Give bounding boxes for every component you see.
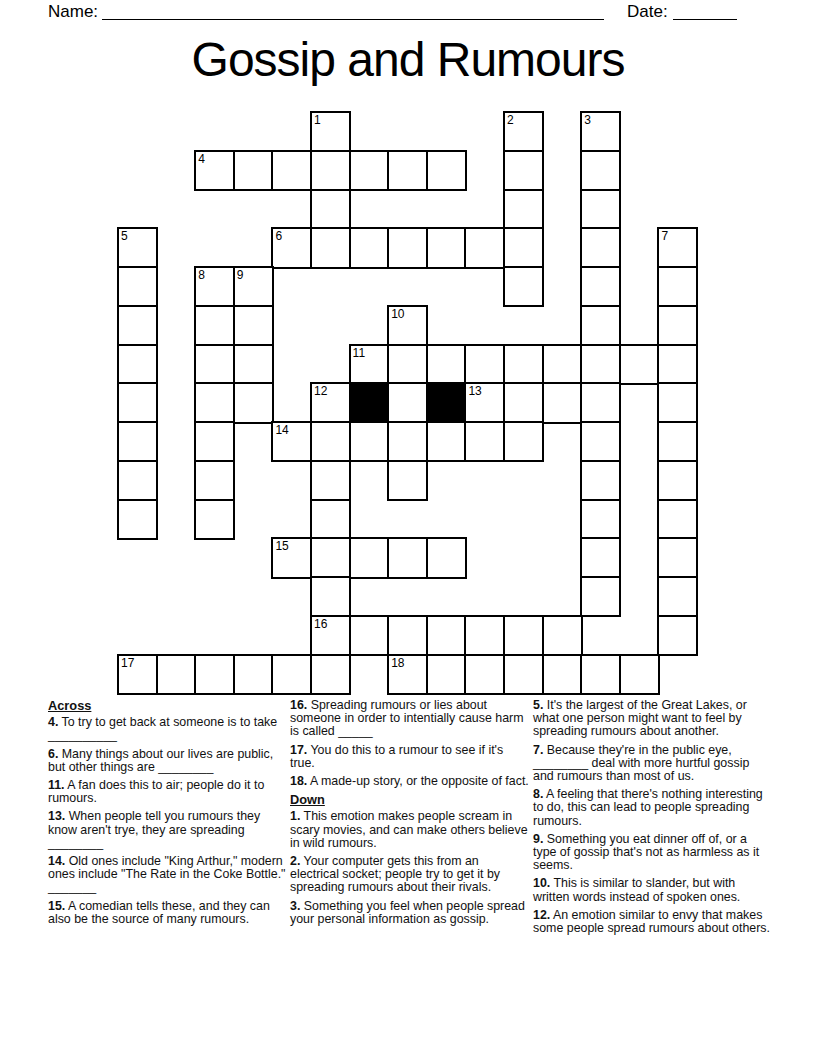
grid-cell[interactable]: [387, 344, 428, 385]
grid-cell[interactable]: [580, 344, 621, 385]
clue-across-11: 11. A fan does this to air; people do it…: [48, 779, 288, 805]
grid-cell[interactable]: [117, 499, 158, 540]
grid-cell[interactable]: [580, 421, 621, 462]
grid-cell[interactable]: 7: [657, 227, 698, 268]
grid-cell[interactable]: [542, 382, 583, 423]
grid-cell[interactable]: 11: [349, 344, 390, 385]
cell-number: 10: [391, 307, 404, 321]
grid-cell[interactable]: [117, 305, 158, 346]
grid-cell[interactable]: [233, 344, 274, 385]
clue-number: 6.: [48, 747, 58, 761]
grid-cell[interactable]: [580, 576, 621, 617]
grid-cell[interactable]: [271, 150, 312, 191]
grid-cell[interactable]: [349, 537, 390, 578]
grid-cell[interactable]: [426, 227, 467, 268]
grid-cell[interactable]: [657, 305, 698, 346]
grid-cell[interactable]: [580, 150, 621, 191]
clue-across-17: 17. You do this to a rumour to see if it…: [290, 744, 530, 770]
grid-cell[interactable]: [503, 344, 544, 385]
clue-number: 3.: [290, 899, 300, 913]
grid-cell[interactable]: [387, 421, 428, 462]
grid-cell[interactable]: [503, 189, 544, 230]
grid-cell[interactable]: [580, 537, 621, 578]
grid-cell[interactable]: [464, 421, 505, 462]
cell-number: 3: [584, 113, 591, 127]
grid-cell[interactable]: [503, 150, 544, 191]
grid-cell[interactable]: [310, 460, 351, 501]
clue-down-2: 2. Your computer gets this from an elect…: [290, 855, 530, 895]
grid-cell[interactable]: [117, 266, 158, 307]
grid-cell[interactable]: [426, 537, 467, 578]
grid-cell[interactable]: [387, 460, 428, 501]
clue-number: 5.: [533, 698, 543, 712]
grid-cell[interactable]: [657, 460, 698, 501]
grid-cell[interactable]: [117, 460, 158, 501]
grid-cell[interactable]: [310, 150, 351, 191]
cell-number: 7: [661, 229, 668, 243]
black-cell: [426, 382, 467, 423]
cell-number: 4: [198, 152, 205, 166]
clue-across-13: 13. When people tell you rumours they kn…: [48, 810, 288, 850]
date-label: Date:: [627, 2, 668, 22]
grid-cell[interactable]: [542, 615, 583, 656]
clue-number: 12.: [533, 908, 550, 922]
grid-cell[interactable]: [657, 382, 698, 423]
grid-cell[interactable]: [503, 227, 544, 268]
grid-cell[interactable]: [194, 382, 235, 423]
grid-cell[interactable]: 17: [117, 654, 158, 695]
cell-number: 14: [275, 423, 288, 437]
clue-number: 16.: [290, 698, 307, 712]
grid-cell[interactable]: 2: [503, 111, 544, 152]
cell-number: 8: [198, 268, 205, 282]
grid-cell[interactable]: [580, 499, 621, 540]
clue-down-3: 3. Something you feel when people spread…: [290, 900, 530, 926]
name-label: Name:: [48, 2, 98, 22]
grid-cell[interactable]: [194, 499, 235, 540]
grid-cell[interactable]: [619, 654, 660, 695]
grid-cell[interactable]: 8: [194, 266, 235, 307]
clue-number: 9.: [533, 832, 543, 846]
grid-cell[interactable]: [619, 344, 660, 385]
clue-number: 11.: [48, 778, 65, 792]
grid-cell[interactable]: [194, 305, 235, 346]
clue-number: 1.: [290, 809, 300, 823]
grid-cell[interactable]: [117, 421, 158, 462]
black-cell: [349, 382, 390, 423]
grid-cell[interactable]: [233, 654, 274, 695]
grid-cell[interactable]: 4: [194, 150, 235, 191]
clue-number: 8.: [533, 787, 543, 801]
grid-cell[interactable]: [310, 576, 351, 617]
cell-number: 16: [314, 617, 327, 631]
clue-down-12: 12. An emotion similar to envy that make…: [533, 909, 773, 935]
grid-cell[interactable]: 14: [271, 421, 312, 462]
clue-number: 7.: [533, 743, 543, 757]
grid-cell[interactable]: [503, 615, 544, 656]
clue-column-1: Across4. To try to get back at someone i…: [48, 699, 288, 931]
grid-cell[interactable]: [542, 344, 583, 385]
grid-cell[interactable]: [194, 344, 235, 385]
grid-cell[interactable]: [310, 227, 351, 268]
crossword-grid: 123456789101112131415161718: [117, 111, 699, 695]
grid-cell[interactable]: [580, 654, 621, 695]
clue-number: 4.: [48, 715, 58, 729]
clue-number: 14.: [48, 854, 65, 868]
cell-number: 11: [353, 346, 365, 360]
grid-cell[interactable]: [194, 421, 235, 462]
grid-cell[interactable]: [117, 344, 158, 385]
grid-cell[interactable]: 5: [117, 227, 158, 268]
grid-cell[interactable]: 1: [310, 111, 351, 152]
grid-cell[interactable]: 6: [271, 227, 312, 268]
grid-cell[interactable]: [657, 615, 698, 656]
cell-number: 17: [121, 656, 134, 670]
name-blank-line[interactable]: [102, 1, 604, 20]
clue-column-2: 16. Spreading rumours or lies about some…: [290, 699, 530, 931]
grid-cell[interactable]: [580, 460, 621, 501]
clue-across-15: 15. A comedian tells these, and they can…: [48, 900, 288, 926]
grid-cell[interactable]: [580, 266, 621, 307]
grid-cell[interactable]: 15: [271, 537, 312, 578]
grid-cell[interactable]: [349, 150, 390, 191]
grid-cell[interactable]: [464, 654, 505, 695]
grid-cell[interactable]: [580, 227, 621, 268]
grid-cell[interactable]: [387, 537, 428, 578]
clue-column-3: 5. It's the largest of the Great Lakes, …: [533, 699, 773, 940]
grid-cell[interactable]: [464, 615, 505, 656]
across-header: Across: [48, 699, 288, 712]
grid-cell[interactable]: [657, 537, 698, 578]
grid-cell[interactable]: 18: [387, 654, 428, 695]
grid-cell[interactable]: [657, 266, 698, 307]
grid-cell[interactable]: [503, 266, 544, 307]
grid-cell[interactable]: [271, 654, 312, 695]
grid-cell[interactable]: [349, 227, 390, 268]
cell-number: 5: [121, 229, 128, 243]
cell-number: 2: [507, 113, 514, 127]
grid-cell[interactable]: [426, 344, 467, 385]
grid-cell[interactable]: [233, 305, 274, 346]
cell-number: 6: [275, 229, 282, 243]
grid-cell[interactable]: [426, 421, 467, 462]
grid-cell[interactable]: [349, 421, 390, 462]
grid-cell[interactable]: [387, 227, 428, 268]
clue-down-8: 8. A feeling that there's nothing intere…: [533, 788, 773, 828]
grid-cell[interactable]: [310, 537, 351, 578]
clue-across-16: 16. Spreading rumours or lies about some…: [290, 699, 530, 739]
clue-down-7: 7. Because they're in the public eye, __…: [533, 744, 773, 784]
grid-cell[interactable]: [580, 382, 621, 423]
grid-cell[interactable]: [387, 150, 428, 191]
cell-number: 15: [275, 539, 288, 553]
grid-cell[interactable]: [580, 305, 621, 346]
grid-cell[interactable]: [387, 615, 428, 656]
clue-across-18: 18. A made-up story, or the opposite of …: [290, 775, 530, 788]
clue-across-14: 14. Old ones include "King Arthur," mode…: [48, 855, 288, 895]
cell-number: 1: [314, 113, 321, 127]
clue-number: 17.: [290, 743, 307, 757]
grid-cell[interactable]: [657, 344, 698, 385]
grid-cell[interactable]: 12: [310, 382, 351, 423]
grid-cell[interactable]: [310, 189, 351, 230]
down-header: Down: [290, 793, 530, 806]
grid-cell[interactable]: 3: [580, 111, 621, 152]
grid-cell[interactable]: [387, 382, 428, 423]
grid-cell[interactable]: [464, 227, 505, 268]
clue-number: 18.: [290, 774, 307, 788]
clue-down-9: 9. Something you eat dinner off of, or a…: [533, 833, 773, 873]
grid-cell[interactable]: [426, 150, 467, 191]
clue-across-4: 4. To try to get back at someone is to t…: [48, 716, 288, 742]
grid-cell[interactable]: [426, 615, 467, 656]
date-blank-line[interactable]: [673, 1, 737, 20]
clue-down-5: 5. It's the largest of the Great Lakes, …: [533, 699, 773, 739]
clue-number: 10.: [533, 876, 550, 890]
grid-cell[interactable]: 13: [464, 382, 505, 423]
grid-cell[interactable]: [657, 421, 698, 462]
clue-number: 13.: [48, 809, 65, 823]
grid-cell[interactable]: [117, 382, 158, 423]
clue-down-1: 1. This emotion makes people scream in s…: [290, 810, 530, 850]
grid-cell[interactable]: [464, 344, 505, 385]
grid-cell[interactable]: [542, 654, 583, 695]
grid-cell[interactable]: [580, 189, 621, 230]
grid-cell[interactable]: [310, 421, 351, 462]
grid-cell[interactable]: [194, 654, 235, 695]
grid-cell[interactable]: [426, 654, 467, 695]
grid-cell[interactable]: [503, 421, 544, 462]
grid-cell[interactable]: 10: [387, 305, 428, 346]
grid-cell[interactable]: [194, 460, 235, 501]
grid-cell[interactable]: [310, 654, 351, 695]
grid-cell[interactable]: [233, 150, 274, 191]
grid-cell[interactable]: [233, 382, 274, 423]
grid-cell[interactable]: 16: [310, 615, 351, 656]
grid-cell[interactable]: [310, 499, 351, 540]
grid-cell[interactable]: [503, 382, 544, 423]
grid-cell[interactable]: [156, 654, 197, 695]
clue-down-10: 10. This is similar to slander, but with…: [533, 877, 773, 903]
cell-number: 9: [237, 268, 244, 282]
worksheet-page: Name: Date: Gossip and Rumours 123456789…: [0, 0, 816, 1056]
grid-cell[interactable]: [657, 576, 698, 617]
grid-cell[interactable]: [349, 615, 390, 656]
clue-number: 2.: [290, 854, 300, 868]
clue-across-6: 6. Many things about our lives are publi…: [48, 748, 288, 774]
puzzle-title: Gossip and Rumours: [0, 34, 816, 87]
cell-number: 13: [468, 384, 481, 398]
grid-cell[interactable]: [657, 499, 698, 540]
grid-cell[interactable]: 9: [233, 266, 274, 307]
grid-cell[interactable]: [503, 654, 544, 695]
cell-number: 12: [314, 384, 327, 398]
cell-number: 18: [391, 656, 404, 670]
clue-number: 15.: [48, 899, 65, 913]
